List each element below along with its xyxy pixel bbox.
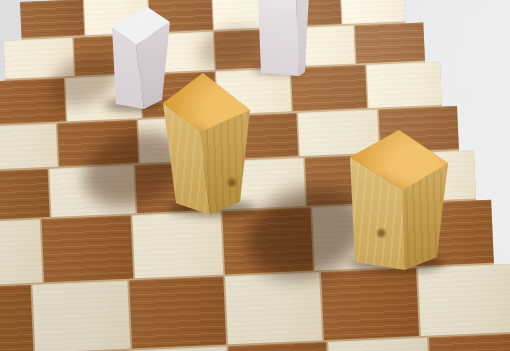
board-square[interactable] [341,0,405,24]
board-square[interactable] [33,281,130,351]
board-square[interactable] [366,62,442,108]
board-square[interactable] [355,23,425,64]
board-square[interactable] [321,268,418,340]
board-square[interactable] [0,219,43,286]
board-square[interactable] [0,124,58,170]
board-square[interactable] [58,120,138,166]
board-square[interactable] [0,169,50,221]
board-square[interactable] [4,38,74,79]
board-square[interactable] [132,212,223,279]
piece-pine-block-center[interactable] [160,70,256,220]
board-square[interactable] [225,272,322,344]
board-square[interactable] [50,165,136,217]
piece-white-block-far[interactable] [253,0,311,76]
board-square[interactable] [20,0,84,38]
board-square[interactable] [0,285,34,351]
photo-scene [0,0,510,351]
board-square[interactable] [129,276,226,348]
board-square[interactable] [0,78,66,124]
board-square[interactable] [42,215,133,282]
piece-pine-block-right[interactable] [345,125,449,275]
